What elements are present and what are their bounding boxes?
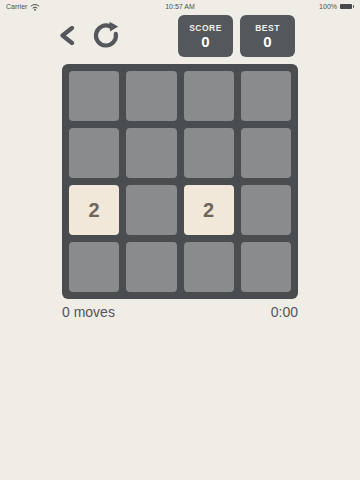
board[interactable]: 22 xyxy=(62,64,298,299)
restart-button[interactable] xyxy=(92,21,120,49)
empty-cell-r3c3 xyxy=(241,242,291,292)
empty-cell-r0c3 xyxy=(241,71,291,121)
empty-cell-r3c2 xyxy=(184,242,234,292)
chevron-left-icon xyxy=(59,26,75,45)
best-box: BEST 0 xyxy=(240,15,295,57)
restart-icon xyxy=(92,21,120,49)
back-button[interactable] xyxy=(59,26,75,45)
app-screen: Carrier 10:57 AM 100% SCORE 0 xyxy=(0,0,360,480)
empty-cell-r2c3 xyxy=(241,185,291,235)
score-box: SCORE 0 xyxy=(178,15,233,57)
clock: 10:57 AM xyxy=(0,3,360,10)
score-label: SCORE xyxy=(189,23,222,33)
empty-cell-r1c1 xyxy=(126,128,176,178)
empty-cell-r1c3 xyxy=(241,128,291,178)
empty-cell-r0c2 xyxy=(184,71,234,121)
status-bar: Carrier 10:57 AM 100% xyxy=(0,0,360,13)
empty-cell-r0c1 xyxy=(126,71,176,121)
empty-cell-r3c1 xyxy=(126,242,176,292)
empty-cell-r3c0 xyxy=(69,242,119,292)
empty-cell-r1c0 xyxy=(69,128,119,178)
tile-2-r2c0: 2 xyxy=(69,185,119,235)
best-value: 0 xyxy=(263,34,271,49)
best-label: BEST xyxy=(255,23,280,33)
empty-cell-r1c2 xyxy=(184,128,234,178)
footer: 0 moves 0:00 xyxy=(62,304,298,320)
empty-cell-r2c1 xyxy=(126,185,176,235)
tile-2-r2c2: 2 xyxy=(184,185,234,235)
moves-counter: 0 moves xyxy=(62,304,115,320)
empty-cell-r0c0 xyxy=(69,71,119,121)
score-value: 0 xyxy=(201,34,209,49)
timer: 0:00 xyxy=(271,304,298,320)
